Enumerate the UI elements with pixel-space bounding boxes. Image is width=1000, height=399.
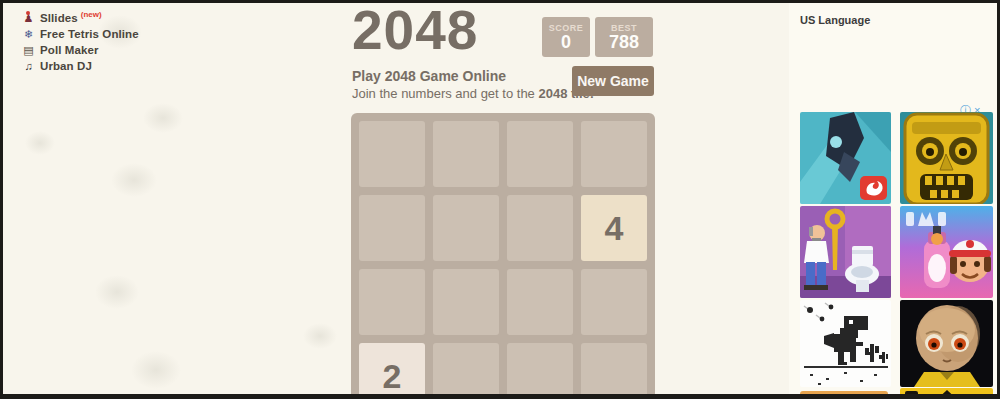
cell-empty [581,121,647,187]
tagline-text: Join the numbers and get to the [352,86,538,101]
sidebar-links: ♟ Sllides (new) ❄ Free Tetris Online ▤ P… [21,10,139,74]
ad-thumbnail-subway-surfers[interactable] [900,206,993,298]
ad-thumbnail-partial-right[interactable] [900,388,993,399]
background-doodle [143,103,183,133]
ad-thumbnail-partial-left[interactable] [800,391,888,399]
new-badge: (new) [81,10,102,19]
sidebar-item-urban-dj[interactable]: ♫ Urban DJ [21,58,139,74]
tagline: Join the numbers and get to the 2048 til… [352,86,594,101]
cell-empty [507,343,573,399]
sidebar-item-label: Sllides [40,12,78,24]
background-doodle [111,163,157,197]
cell-empty [433,343,499,399]
cell-empty [433,269,499,335]
score-value: 0 [561,33,571,52]
score-box: SCORE 0 [542,17,590,57]
cell-empty [581,269,647,335]
background-doodle [131,351,181,389]
cell-empty [433,195,499,261]
ad-thumbnail-pull-the-pin[interactable] [800,206,891,298]
cell-empty [507,269,573,335]
snowflake-icon: ❄ [21,26,36,42]
cell-empty [507,121,573,187]
board-grid[interactable]: 42 [351,113,655,399]
music-note-icon: ♫ [21,58,36,74]
cell-empty [581,343,647,399]
background-doodle [95,275,139,309]
score-label: SCORE [549,23,584,33]
ad-thumbnail-baby-in-yellow[interactable] [900,300,993,387]
new-game-button[interactable]: New Game [572,66,654,96]
cell-empty [433,121,499,187]
page-subtitle: Play 2048 Game Online [352,68,506,84]
cell-empty [507,195,573,261]
sidebar-item-label: Free Tetris Online [40,28,139,40]
sidebar-item-poll-maker[interactable]: ▤ Poll Maker [21,42,139,58]
best-label: BEST [611,23,637,33]
sidebar-item-label: Urban DJ [40,60,92,72]
cell-empty [359,195,425,261]
best-box: BEST 788 [595,17,653,57]
ad-thumbnail-chrome-dino[interactable] [800,300,891,387]
tile-4: 4 [581,195,647,261]
sidebar-item-free-tetris-online[interactable]: ❄ Free Tetris Online [21,26,139,42]
game-title: 2048 [352,0,478,61]
right-panel: US Language ⓘ × [789,3,997,394]
cell-empty [359,269,425,335]
sidebar-item-label: Poll Maker [40,44,99,56]
cell-empty [359,121,425,187]
background-doodle [303,323,337,349]
page: ♟ Sllides (new) ❄ Free Tetris Online ▤ P… [0,0,1000,399]
pawn-icon: ♟ [21,10,36,26]
tile-2: 2 [359,343,425,399]
ad-thumbnail-free-fire[interactable] [800,112,891,204]
background-doodle [25,131,55,155]
sidebar-item-sllides[interactable]: ♟ Sllides (new) [21,10,139,26]
language-selector[interactable]: US Language [800,14,870,26]
ad-thumbnail-temple-run[interactable] [900,112,993,204]
poll-icon: ▤ [21,42,36,58]
best-value: 788 [609,33,639,52]
